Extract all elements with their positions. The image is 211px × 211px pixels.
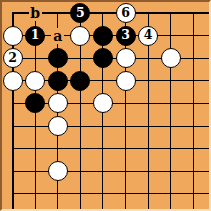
grid-line-horizontal bbox=[12, 193, 210, 194]
black-stone-move-3[interactable]: 3 bbox=[116, 26, 136, 46]
black-stone[interactable] bbox=[70, 71, 90, 91]
black-stone[interactable] bbox=[48, 71, 68, 91]
grid-line-vertical bbox=[170, 12, 171, 209]
go-board-diagram[interactable]: 561342ba bbox=[0, 0, 211, 211]
white-stone[interactable] bbox=[116, 48, 136, 68]
black-stone-move-5[interactable]: 5 bbox=[70, 3, 90, 23]
grid-line-horizontal bbox=[12, 148, 210, 149]
white-stone[interactable] bbox=[161, 48, 181, 68]
point-label-b[interactable]: b bbox=[29, 5, 42, 21]
black-stone[interactable] bbox=[93, 26, 113, 46]
black-stone-move-1[interactable]: 1 bbox=[25, 26, 45, 46]
white-stone[interactable] bbox=[116, 71, 136, 91]
white-stone[interactable] bbox=[48, 116, 68, 136]
white-stone[interactable] bbox=[48, 161, 68, 181]
point-label-a[interactable]: a bbox=[51, 28, 64, 44]
white-stone[interactable] bbox=[25, 71, 45, 91]
white-stone[interactable] bbox=[3, 26, 23, 46]
white-stone[interactable] bbox=[3, 71, 23, 91]
go-board-grid: 561342ba bbox=[2, 2, 209, 209]
white-stone-move-6[interactable]: 6 bbox=[116, 3, 136, 23]
black-stone[interactable] bbox=[25, 93, 45, 113]
grid-line-horizontal bbox=[12, 171, 210, 172]
white-stone-move-2[interactable]: 2 bbox=[3, 48, 23, 68]
grid-line-vertical bbox=[193, 12, 194, 209]
white-stone[interactable] bbox=[70, 26, 90, 46]
black-stone[interactable] bbox=[48, 48, 68, 68]
white-stone[interactable] bbox=[93, 93, 113, 113]
white-stone-move-4[interactable]: 4 bbox=[138, 26, 158, 46]
black-stone[interactable] bbox=[93, 48, 113, 68]
white-stone[interactable] bbox=[48, 93, 68, 113]
grid-line-horizontal bbox=[12, 126, 210, 127]
